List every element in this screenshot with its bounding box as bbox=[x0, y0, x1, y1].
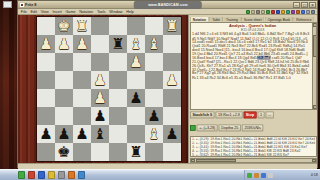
black-pawn[interactable]: ♟ bbox=[129, 91, 142, 106]
menu-item[interactable]: Notation bbox=[77, 10, 95, 14]
evaluation-value: +- (+3.29) bbox=[197, 124, 218, 131]
square[interactable] bbox=[73, 143, 91, 161]
square[interactable]: ♟ bbox=[55, 125, 73, 143]
taskbar-icon[interactable] bbox=[68, 171, 75, 179]
tray-icon[interactable] bbox=[247, 173, 252, 178]
white-pawn[interactable]: ♟ bbox=[93, 73, 106, 88]
toolbar-icon[interactable] bbox=[296, 10, 300, 14]
square[interactable] bbox=[145, 89, 163, 107]
close-button[interactable]: × bbox=[309, 2, 316, 8]
square[interactable] bbox=[109, 143, 127, 161]
square[interactable]: ♚ bbox=[55, 17, 73, 35]
board-frame: ♚♜♜♟♟♟♜♝♝♟♟♟♟♟♟♟♟♟♟♝♝♟♚♜ bbox=[18, 15, 188, 163]
square[interactable] bbox=[91, 143, 109, 161]
black-pawn[interactable]: ♟ bbox=[93, 109, 106, 124]
toolbar-icon[interactable] bbox=[291, 10, 295, 14]
square[interactable] bbox=[37, 89, 55, 107]
square[interactable] bbox=[163, 53, 181, 71]
panel-tab[interactable]: Reference bbox=[294, 17, 315, 22]
toolbar-icon[interactable] bbox=[286, 10, 290, 14]
square[interactable] bbox=[91, 17, 109, 35]
moves-after[interactable]: cxd5 20.Rac1 Qd7 21.Qxd7 Rxd7 [21...Rxc1… bbox=[192, 56, 309, 79]
toolbar-icon[interactable] bbox=[301, 10, 305, 14]
menu-item[interactable]: Edit bbox=[29, 10, 39, 14]
taskbar-clock: 4:18 bbox=[311, 173, 318, 177]
square[interactable]: ♟ bbox=[37, 35, 55, 53]
black-rook[interactable]: ♜ bbox=[129, 145, 142, 160]
scrollbar-thumb[interactable] bbox=[196, 159, 236, 162]
square[interactable]: ♜ bbox=[163, 17, 181, 35]
toolbar-icon[interactable] bbox=[271, 10, 275, 14]
more-button[interactable]: ... bbox=[266, 111, 274, 118]
scroll-up-icon[interactable] bbox=[313, 23, 317, 27]
taskbar-icon[interactable] bbox=[38, 171, 45, 179]
menu-item[interactable]: Window bbox=[107, 10, 124, 14]
engine-name-button[interactable]: Stockfish 9 bbox=[190, 111, 214, 118]
square[interactable]: ♟ bbox=[73, 125, 91, 143]
square[interactable] bbox=[109, 125, 127, 143]
tray-icon[interactable] bbox=[268, 173, 273, 178]
toolbar-icon[interactable] bbox=[246, 10, 250, 14]
square[interactable] bbox=[73, 53, 91, 71]
engine-status-icon bbox=[190, 125, 195, 130]
panel-tab[interactable]: Score sheet bbox=[241, 17, 264, 22]
square[interactable] bbox=[127, 17, 145, 35]
window-title: Fritz 8 bbox=[25, 3, 36, 7]
taskbar-icon[interactable] bbox=[28, 171, 35, 179]
black-pawn[interactable]: ♟ bbox=[39, 127, 52, 142]
panel-tab[interactable]: Openings Book bbox=[265, 17, 293, 22]
square[interactable]: ♝ bbox=[91, 125, 109, 143]
menu-item[interactable]: Insert bbox=[51, 10, 64, 14]
square[interactable]: ♜ bbox=[127, 143, 145, 161]
square[interactable] bbox=[55, 89, 73, 107]
desktop: Fritz 8 www.BANDICAM.com – □ × FileEditV… bbox=[0, 0, 320, 180]
square[interactable] bbox=[73, 71, 91, 89]
white-pawn[interactable]: ♟ bbox=[57, 37, 70, 52]
toolbar-icon[interactable] bbox=[256, 10, 260, 14]
white-pawn[interactable]: ♟ bbox=[129, 55, 142, 70]
square[interactable] bbox=[73, 107, 91, 125]
white-king[interactable]: ♚ bbox=[57, 19, 70, 34]
white-bishop[interactable]: ♝ bbox=[147, 37, 160, 52]
black-pawn[interactable]: ♟ bbox=[57, 127, 70, 142]
scroll-left-icon[interactable] bbox=[191, 159, 195, 162]
square[interactable]: ♟ bbox=[91, 71, 109, 89]
square[interactable] bbox=[127, 107, 145, 125]
engine-panel: Stockfish 9 19.Rxc1 +2.9 Stop 1 ... +- (… bbox=[190, 110, 317, 163]
square[interactable] bbox=[37, 53, 55, 71]
taskbar-icon[interactable] bbox=[48, 171, 55, 179]
toolbar-icon[interactable] bbox=[266, 10, 270, 14]
toolbar-icon[interactable] bbox=[306, 10, 310, 14]
square[interactable] bbox=[109, 71, 127, 89]
square[interactable] bbox=[91, 53, 109, 71]
app-window: Fritz 8 www.BANDICAM.com – □ × FileEditV… bbox=[17, 0, 318, 168]
desktop-icon[interactable] bbox=[3, 1, 12, 8]
square[interactable] bbox=[145, 143, 163, 161]
black-pawn[interactable]: ♟ bbox=[75, 127, 88, 142]
square[interactable] bbox=[91, 35, 109, 53]
square[interactable]: ♟ bbox=[163, 71, 181, 89]
white-rook[interactable]: ♜ bbox=[75, 19, 88, 34]
white-pawn[interactable]: ♟ bbox=[165, 73, 178, 88]
panel-tab[interactable]: Table bbox=[209, 17, 222, 22]
taskbar-icon[interactable] bbox=[78, 171, 85, 179]
minimize-button[interactable]: – bbox=[293, 2, 300, 8]
white-pawn[interactable]: ♟ bbox=[39, 37, 52, 52]
game-subheader: E15 09.04.2018 bbox=[192, 28, 313, 32]
toolbar-icon[interactable] bbox=[276, 10, 280, 14]
square[interactable]: ♟ bbox=[145, 107, 163, 125]
white-rook[interactable]: ♜ bbox=[165, 19, 178, 34]
square[interactable]: ♜ bbox=[109, 35, 127, 53]
toolbar-icon[interactable] bbox=[261, 10, 265, 14]
black-pawn[interactable]: ♟ bbox=[165, 127, 178, 142]
square[interactable]: ♟ bbox=[91, 89, 109, 107]
search-speed: 2593 kN/s bbox=[242, 124, 263, 131]
square[interactable] bbox=[109, 17, 127, 35]
bandicam-watermark: www.BANDICAM.com bbox=[133, 1, 202, 9]
square[interactable] bbox=[37, 107, 55, 125]
menu-item[interactable]: Tools bbox=[95, 10, 107, 14]
square[interactable]: ♟ bbox=[127, 53, 145, 71]
square[interactable] bbox=[37, 143, 55, 161]
taskbar-icon[interactable] bbox=[18, 171, 25, 179]
search-depth: Depth= 25 bbox=[219, 124, 241, 131]
square[interactable]: ♝ bbox=[145, 35, 163, 53]
menu-item[interactable]: Game bbox=[64, 10, 78, 14]
panel-tabs: NotationTableTrainingScore sheetOpenings… bbox=[190, 15, 319, 22]
square[interactable]: ♝ bbox=[145, 125, 163, 143]
square[interactable] bbox=[37, 17, 55, 35]
scrollbar-thumb[interactable] bbox=[313, 35, 317, 57]
tray-icon[interactable] bbox=[254, 173, 259, 178]
square[interactable] bbox=[163, 107, 181, 125]
square[interactable]: ♟ bbox=[37, 125, 55, 143]
taskbar-icon[interactable] bbox=[58, 171, 65, 179]
square[interactable] bbox=[109, 107, 127, 125]
square[interactable]: ♟ bbox=[91, 107, 109, 125]
right-panel: NotationTableTrainingScore sheetOpenings… bbox=[188, 15, 317, 163]
scroll-down-icon[interactable] bbox=[313, 105, 317, 109]
taskbar[interactable]: 4:18 bbox=[0, 169, 320, 180]
toolbar-icon[interactable] bbox=[251, 10, 255, 14]
square[interactable] bbox=[55, 71, 73, 89]
square[interactable]: ♟ bbox=[73, 35, 91, 53]
square[interactable]: ♜ bbox=[73, 17, 91, 35]
app-icon bbox=[20, 3, 24, 7]
panel-tab[interactable]: Notation bbox=[190, 17, 209, 22]
toolbar-icon[interactable] bbox=[281, 10, 285, 14]
square[interactable] bbox=[109, 89, 127, 107]
engine-best-line: 19.Rxc1 +2.9 bbox=[216, 111, 243, 118]
square[interactable] bbox=[55, 107, 73, 125]
black-king[interactable]: ♚ bbox=[57, 145, 70, 160]
menu-item[interactable]: View bbox=[39, 10, 51, 14]
system-tray: 4:18 bbox=[244, 170, 320, 180]
menu-item[interactable]: File bbox=[19, 10, 29, 14]
square[interactable] bbox=[145, 71, 163, 89]
black-rook[interactable]: ♜ bbox=[111, 37, 124, 52]
square[interactable] bbox=[145, 17, 163, 35]
square[interactable]: ♟ bbox=[163, 125, 181, 143]
white-bishop[interactable]: ♝ bbox=[147, 127, 160, 142]
square[interactable] bbox=[163, 143, 181, 161]
panel-tab[interactable]: Training bbox=[223, 17, 240, 22]
square[interactable] bbox=[73, 89, 91, 107]
square[interactable] bbox=[37, 71, 55, 89]
square[interactable] bbox=[127, 125, 145, 143]
square[interactable] bbox=[163, 35, 181, 53]
white-pawn[interactable]: ♟ bbox=[75, 37, 88, 52]
tray-icon[interactable] bbox=[261, 173, 266, 178]
square[interactable]: ♟ bbox=[55, 35, 73, 53]
notation-panel[interactable]: Analysis - Queen's Indian E15 09.04.2018… bbox=[190, 22, 317, 110]
square[interactable] bbox=[109, 53, 127, 71]
engine-line[interactable]: 5. +- (3.62): 19.Rxc1 Rxc1 20.Rb1 Rxb1+ … bbox=[192, 153, 315, 157]
maximize-button[interactable]: □ bbox=[301, 2, 308, 8]
stop-button[interactable]: Stop bbox=[243, 111, 256, 118]
square[interactable]: ♟ bbox=[127, 89, 145, 107]
square[interactable] bbox=[163, 89, 181, 107]
notation-scrollbar[interactable] bbox=[312, 23, 316, 109]
square[interactable] bbox=[145, 53, 163, 71]
scroll-right-icon[interactable] bbox=[312, 159, 316, 162]
engine-lines[interactable]: 1. +- (3.29): 19.Rxc1 Rxc1 20.Rb1 Rxb1+ … bbox=[190, 136, 317, 157]
square[interactable] bbox=[55, 53, 73, 71]
white-bishop[interactable]: ♝ bbox=[129, 37, 142, 52]
lines-count-button[interactable]: 1 bbox=[258, 111, 265, 118]
white-pawn[interactable]: ♟ bbox=[93, 91, 106, 106]
black-pawn[interactable]: ♟ bbox=[147, 109, 160, 124]
square[interactable]: ♚ bbox=[55, 143, 73, 161]
chess-board: ♚♜♜♟♟♟♜♝♝♟♟♟♟♟♟♟♟♟♟♝♝♟♚♜ bbox=[36, 16, 182, 162]
square[interactable]: ♝ bbox=[127, 35, 145, 53]
main-content: ♚♜♜♟♟♟♜♝♝♟♟♟♟♟♟♟♟♟♟♝♝♟♚♜ NotationTableTr… bbox=[18, 15, 317, 163]
notation-text[interactable]: Analysis - Queen's Indian E15 09.04.2018… bbox=[192, 24, 313, 79]
toolbar-icon[interactable] bbox=[311, 10, 315, 14]
black-bishop[interactable]: ♝ bbox=[93, 127, 106, 142]
square[interactable] bbox=[127, 71, 145, 89]
menu-item[interactable]: Help bbox=[124, 10, 135, 14]
